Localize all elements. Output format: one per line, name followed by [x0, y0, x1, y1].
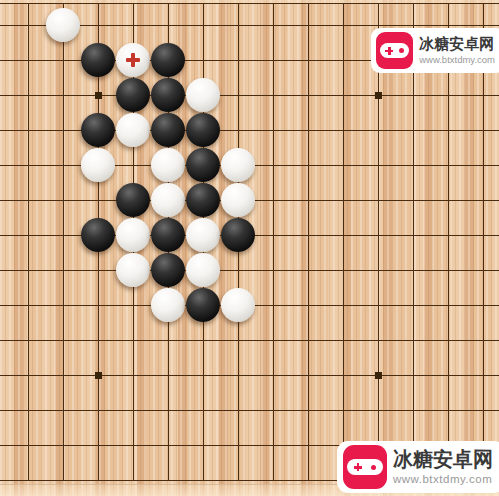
grid-hline: [0, 375, 499, 376]
btxtdmy-logo-icon: [343, 445, 387, 489]
screenshot-root: 冰糖安卓网 www.btxtdmy.com 冰糖安卓网 www.btxtdmy.…: [0, 0, 499, 496]
star-point: [95, 372, 102, 379]
white-stone: [116, 113, 150, 147]
white-stone: [221, 148, 255, 182]
black-stone: [151, 253, 185, 287]
black-stone: [186, 288, 220, 322]
white-stone: [186, 253, 220, 287]
star-point: [375, 92, 382, 99]
gamepad-icon: [380, 43, 410, 57]
watermark-bottom: 冰糖安卓网 www.btxtdmy.com: [337, 441, 499, 493]
black-stone: [116, 78, 150, 112]
grid-vline: [378, 3, 379, 481]
black-stone: [151, 43, 185, 77]
black-stone: [81, 218, 115, 252]
white-stone: [46, 8, 80, 42]
btxtdmy-logo-icon: [376, 32, 413, 69]
grid-vline: [413, 3, 414, 481]
grid-vline: [448, 3, 449, 481]
black-stone: [221, 218, 255, 252]
grid-hline: [0, 270, 499, 271]
watermark-site-name: 冰糖安卓网: [419, 36, 495, 53]
grid-hline: [0, 130, 499, 131]
grid-vline: [483, 3, 484, 481]
black-stone: [186, 148, 220, 182]
button-dot-icon: [399, 48, 404, 53]
black-stone: [151, 113, 185, 147]
white-stone: [116, 253, 150, 287]
watermark-top: 冰糖安卓网 www.btxtdmy.com: [371, 28, 499, 73]
cross-bar: [131, 53, 135, 67]
grid-hline: [0, 340, 499, 341]
white-stone: [151, 148, 185, 182]
grid-vline: [308, 3, 309, 481]
watermark-url: www.btxtdmy.com: [393, 473, 493, 486]
grid-hline: [0, 95, 499, 96]
white-stone: [151, 183, 185, 217]
white-stone: [186, 78, 220, 112]
dpad-icon: [354, 463, 362, 471]
gamepad-icon: [347, 459, 382, 476]
white-stone: [221, 183, 255, 217]
white-stone: [81, 148, 115, 182]
grid-vline: [28, 3, 29, 481]
star-point: [95, 92, 102, 99]
last-move-marker: [116, 43, 150, 77]
black-stone: [81, 43, 115, 77]
white-stone: [221, 288, 255, 322]
button-dot-icon: [371, 465, 376, 470]
white-stone: [151, 288, 185, 322]
black-stone: [186, 113, 220, 147]
dpad-icon: [385, 47, 393, 55]
grid-hline: [0, 410, 499, 411]
white-stone: [116, 218, 150, 252]
grid-vline: [63, 3, 64, 481]
star-point: [375, 372, 382, 379]
grid-vline: [343, 3, 344, 481]
black-stone: [81, 113, 115, 147]
grid-vline: [273, 3, 274, 481]
black-stone: [186, 183, 220, 217]
white-stone: [186, 218, 220, 252]
black-stone: [151, 218, 185, 252]
watermark-url: www.btxtdmy.com: [419, 55, 495, 65]
black-stone: [116, 183, 150, 217]
black-stone: [151, 78, 185, 112]
watermark-site-name: 冰糖安卓网: [393, 448, 493, 470]
grid-hline: [0, 3, 499, 4]
